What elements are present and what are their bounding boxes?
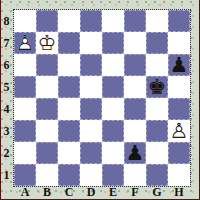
rank-label-3: 3 — [0, 120, 13, 142]
square-c2[interactable] — [58, 142, 80, 164]
square-d6[interactable] — [80, 54, 102, 76]
file-label-F: F — [124, 186, 146, 200]
square-a3[interactable] — [14, 120, 36, 142]
square-e1[interactable] — [102, 164, 124, 186]
black-king[interactable]: ♚ — [147, 77, 167, 97]
square-f8[interactable] — [124, 10, 146, 32]
square-e5[interactable] — [102, 76, 124, 98]
square-a8[interactable] — [14, 10, 36, 32]
square-b5[interactable] — [36, 76, 58, 98]
square-e2[interactable] — [102, 142, 124, 164]
square-f1[interactable] — [124, 164, 146, 186]
square-d3[interactable] — [80, 120, 102, 142]
square-f5[interactable] — [124, 76, 146, 98]
square-f4[interactable] — [124, 98, 146, 120]
rank-label-1: 1 — [0, 164, 13, 186]
square-g4[interactable] — [146, 98, 168, 120]
square-h3[interactable]: ♟♙ — [168, 120, 190, 142]
square-a5[interactable] — [14, 76, 36, 98]
square-a7[interactable]: ♟♙ — [14, 32, 36, 54]
white-pawn-fill: ♟ — [15, 33, 35, 53]
square-g8[interactable] — [146, 10, 168, 32]
square-e7[interactable] — [102, 32, 124, 54]
white-king[interactable]: ♔ — [36, 32, 58, 54]
square-b7[interactable]: ♚♔ — [36, 32, 58, 54]
file-label-A: A — [14, 186, 36, 200]
square-d1[interactable] — [80, 164, 102, 186]
square-f3[interactable] — [124, 120, 146, 142]
square-g7[interactable] — [146, 32, 168, 54]
square-c7[interactable] — [58, 32, 80, 54]
black-pawn[interactable]: ♟ — [169, 55, 189, 75]
square-h4[interactable] — [168, 98, 190, 120]
square-c8[interactable] — [58, 10, 80, 32]
square-g5[interactable]: ♚ — [146, 76, 168, 98]
square-e6[interactable] — [102, 54, 124, 76]
square-a6[interactable] — [14, 54, 36, 76]
square-h2[interactable] — [168, 142, 190, 164]
square-e3[interactable] — [102, 120, 124, 142]
white-king-fill: ♚ — [36, 32, 58, 54]
black-pawn[interactable]: ♟ — [125, 143, 145, 163]
square-f2[interactable]: ♟ — [124, 142, 146, 164]
square-d4[interactable] — [80, 98, 102, 120]
square-h1[interactable] — [168, 164, 190, 186]
square-c4[interactable] — [58, 98, 80, 120]
square-d8[interactable] — [80, 10, 102, 32]
square-c3[interactable] — [58, 120, 80, 142]
rank-label-8: 8 — [0, 10, 13, 32]
square-f7[interactable] — [124, 32, 146, 54]
white-pawn[interactable]: ♙ — [15, 33, 35, 53]
file-label-H: H — [168, 186, 190, 200]
square-h8[interactable] — [168, 10, 190, 32]
white-pawn-fill: ♟ — [168, 120, 190, 142]
square-c5[interactable] — [58, 76, 80, 98]
square-h6[interactable]: ♟ — [168, 54, 190, 76]
square-a4[interactable] — [14, 98, 36, 120]
square-b4[interactable] — [36, 98, 58, 120]
rank-label-7: 7 — [0, 32, 13, 54]
square-c1[interactable] — [58, 164, 80, 186]
chess-board: ♟♙♚♔♟♚♟♙♟ — [14, 10, 190, 186]
white-pawn[interactable]: ♙ — [168, 120, 190, 142]
square-b3[interactable] — [36, 120, 58, 142]
file-label-E: E — [102, 186, 124, 200]
square-b6[interactable] — [36, 54, 58, 76]
square-g6[interactable] — [146, 54, 168, 76]
rank-label-5: 5 — [0, 76, 13, 98]
square-g2[interactable] — [146, 142, 168, 164]
file-label-C: C — [58, 186, 80, 200]
square-h5[interactable] — [168, 76, 190, 98]
square-b8[interactable] — [36, 10, 58, 32]
square-e8[interactable] — [102, 10, 124, 32]
square-c6[interactable] — [58, 54, 80, 76]
square-a1[interactable] — [14, 164, 36, 186]
square-g1[interactable] — [146, 164, 168, 186]
rank-label-2: 2 — [0, 142, 13, 164]
chess-board-diagram: ♟♙♚♔♟♚♟♙♟ 87654321 ABCDEFGH — [0, 0, 200, 200]
file-label-G: G — [146, 186, 168, 200]
square-b1[interactable] — [36, 164, 58, 186]
file-label-B: B — [36, 186, 58, 200]
square-a2[interactable] — [14, 142, 36, 164]
rank-label-4: 4 — [0, 98, 13, 120]
square-d5[interactable] — [80, 76, 102, 98]
square-f6[interactable] — [124, 54, 146, 76]
square-g3[interactable] — [146, 120, 168, 142]
square-e4[interactable] — [102, 98, 124, 120]
square-b2[interactable] — [36, 142, 58, 164]
rank-label-6: 6 — [0, 54, 13, 76]
square-d2[interactable] — [80, 142, 102, 164]
square-d7[interactable] — [80, 32, 102, 54]
file-label-D: D — [80, 186, 102, 200]
square-h7[interactable] — [168, 32, 190, 54]
